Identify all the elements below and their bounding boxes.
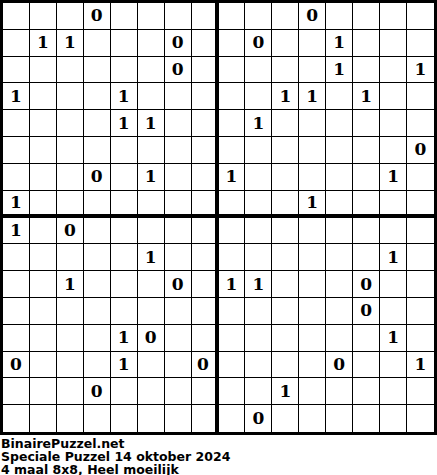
cell-r14-c10: 1	[272, 378, 299, 405]
cell-r9-c3[interactable]	[84, 244, 111, 271]
cell-r3-c9[interactable]	[245, 83, 272, 110]
cell-r6-c8: 1	[219, 164, 246, 191]
cell-r15-c1[interactable]	[30, 405, 57, 432]
cell-r0-c11: 0	[299, 3, 326, 30]
cell-r2-c6: 0	[165, 57, 192, 84]
cell-r9-c1[interactable]	[30, 244, 57, 271]
cell-r2-c0[interactable]	[3, 57, 30, 84]
cell-r13-c14[interactable]	[380, 352, 407, 379]
page: 0011001011111111110011111101110110010101…	[0, 0, 437, 475]
cell-r11-c13: 0	[353, 298, 380, 325]
cell-r15-c0[interactable]	[3, 405, 30, 432]
cell-r0-c6[interactable]	[165, 3, 192, 30]
cell-r1-c13[interactable]	[353, 30, 380, 57]
cell-r9-c15[interactable]	[407, 244, 434, 271]
cell-r7-c15[interactable]	[407, 191, 434, 218]
cell-r6-c14: 1	[380, 164, 407, 191]
cell-r14-c2[interactable]	[57, 378, 84, 405]
cell-r4-c11[interactable]	[299, 110, 326, 137]
cell-r10-c3[interactable]	[84, 271, 111, 298]
cell-r12-c11[interactable]	[299, 325, 326, 352]
cell-r3-c11: 1	[299, 83, 326, 110]
cell-r3-c7[interactable]	[192, 83, 219, 110]
cell-r0-c10[interactable]	[272, 3, 299, 30]
cell-r2-c14[interactable]	[380, 57, 407, 84]
cell-r15-c3[interactable]	[84, 405, 111, 432]
cell-r5-c5[interactable]	[138, 137, 165, 164]
cell-r1-c5[interactable]	[138, 30, 165, 57]
cell-r4-c14[interactable]	[380, 110, 407, 137]
cell-r0-c8[interactable]	[219, 3, 246, 30]
cell-r4-c1[interactable]	[30, 110, 57, 137]
cell-r0-c4[interactable]	[111, 3, 138, 30]
cell-r11-c2[interactable]	[57, 298, 84, 325]
cell-r4-c10[interactable]	[272, 110, 299, 137]
cell-r2-c8[interactable]	[219, 57, 246, 84]
cell-r3-c12[interactable]	[326, 83, 353, 110]
cell-r15-c7[interactable]	[192, 405, 219, 432]
cell-r10-c2: 1	[57, 271, 84, 298]
cell-r2-c12: 1	[326, 57, 353, 84]
cell-r7-c0: 1	[3, 191, 30, 218]
cell-r10-c7[interactable]	[192, 271, 219, 298]
cell-r3-c5[interactable]	[138, 83, 165, 110]
cell-r4-c6[interactable]	[165, 110, 192, 137]
cell-r4-c4: 1	[111, 110, 138, 137]
cell-r5-c15: 0	[407, 137, 434, 164]
cell-r10-c11[interactable]	[299, 271, 326, 298]
cell-r13-c6[interactable]	[165, 352, 192, 379]
cell-r1-c10[interactable]	[272, 30, 299, 57]
cell-r15-c2[interactable]	[57, 405, 84, 432]
cell-r7-c14[interactable]	[380, 191, 407, 218]
cell-r11-c5[interactable]	[138, 298, 165, 325]
cell-r2-c4[interactable]	[111, 57, 138, 84]
cell-r3-c8[interactable]	[219, 83, 246, 110]
cell-r1-c1: 1	[30, 30, 57, 57]
cell-r3-c15[interactable]	[407, 83, 434, 110]
cell-r5-c12[interactable]	[326, 137, 353, 164]
cell-r6-c4[interactable]	[111, 164, 138, 191]
cell-r6-c13[interactable]	[353, 164, 380, 191]
cell-r13-c12: 0	[326, 352, 353, 379]
cell-r7-c12[interactable]	[326, 191, 353, 218]
cell-r0-c14[interactable]	[380, 3, 407, 30]
cell-r0-c0[interactable]	[3, 3, 30, 30]
cell-r4-c15[interactable]	[407, 110, 434, 137]
cell-r10-c4[interactable]	[111, 271, 138, 298]
cell-r8-c15[interactable]	[407, 218, 434, 245]
cell-r10-c6: 0	[165, 271, 192, 298]
cell-r10-c10[interactable]	[272, 271, 299, 298]
cell-r9-c6[interactable]	[165, 244, 192, 271]
cell-r2-c5[interactable]	[138, 57, 165, 84]
cell-r12-c5: 0	[138, 325, 165, 352]
cell-r3-c14[interactable]	[380, 83, 407, 110]
cell-r13-c2[interactable]	[57, 352, 84, 379]
cell-r12-c13[interactable]	[353, 325, 380, 352]
cell-r11-c8[interactable]	[219, 298, 246, 325]
cell-r12-c6[interactable]	[165, 325, 192, 352]
cell-r11-c9[interactable]	[245, 298, 272, 325]
cell-r4-c9: 1	[245, 110, 272, 137]
cell-r0-c1[interactable]	[30, 3, 57, 30]
cell-r6-c1[interactable]	[30, 164, 57, 191]
cell-r4-c3[interactable]	[84, 110, 111, 137]
cell-r7-c8[interactable]	[219, 191, 246, 218]
cell-r15-c12[interactable]	[326, 405, 353, 432]
cell-r13-c0: 0	[3, 352, 30, 379]
cell-r9-c4[interactable]	[111, 244, 138, 271]
cell-r12-c7[interactable]	[192, 325, 219, 352]
cell-r2-c3[interactable]	[84, 57, 111, 84]
cell-r7-c13[interactable]	[353, 191, 380, 218]
cell-r12-c3[interactable]	[84, 325, 111, 352]
cell-r9-c14: 1	[380, 244, 407, 271]
cell-r13-c9[interactable]	[245, 352, 272, 379]
cell-r13-c10[interactable]	[272, 352, 299, 379]
cell-r8-c14[interactable]	[380, 218, 407, 245]
cell-r4-c2[interactable]	[57, 110, 84, 137]
cell-r5-c8[interactable]	[219, 137, 246, 164]
cell-r6-c11[interactable]	[299, 164, 326, 191]
cell-r5-c6[interactable]	[165, 137, 192, 164]
cell-r2-c13[interactable]	[353, 57, 380, 84]
cell-r14-c15[interactable]	[407, 378, 434, 405]
cell-r4-c13[interactable]	[353, 110, 380, 137]
cell-r13-c5[interactable]	[138, 352, 165, 379]
cell-r2-c7[interactable]	[192, 57, 219, 84]
cell-r10-c9: 1	[245, 271, 272, 298]
cell-r11-c3[interactable]	[84, 298, 111, 325]
cell-r0-c5[interactable]	[138, 3, 165, 30]
cell-r5-c1[interactable]	[30, 137, 57, 164]
cell-r13-c3[interactable]	[84, 352, 111, 379]
cell-r5-c7[interactable]	[192, 137, 219, 164]
cell-r6-c2[interactable]	[57, 164, 84, 191]
cell-r14-c11[interactable]	[299, 378, 326, 405]
cell-r11-c12[interactable]	[326, 298, 353, 325]
cell-r3-c13: 1	[353, 83, 380, 110]
cell-r11-c10[interactable]	[272, 298, 299, 325]
cell-r12-c0[interactable]	[3, 325, 30, 352]
cell-r2-c10[interactable]	[272, 57, 299, 84]
cell-r0-c7[interactable]	[192, 3, 219, 30]
cell-r8-c6[interactable]	[165, 218, 192, 245]
cell-r14-c3: 0	[84, 378, 111, 405]
cell-r7-c7[interactable]	[192, 191, 219, 218]
cell-r15-c15[interactable]	[407, 405, 434, 432]
cell-r5-c10[interactable]	[272, 137, 299, 164]
cell-r2-c1[interactable]	[30, 57, 57, 84]
cell-r6-c6[interactable]	[165, 164, 192, 191]
cell-r8-c5[interactable]	[138, 218, 165, 245]
cell-r4-c7[interactable]	[192, 110, 219, 137]
cell-r15-c10[interactable]	[272, 405, 299, 432]
cell-r14-c5[interactable]	[138, 378, 165, 405]
cell-r8-c7[interactable]	[192, 218, 219, 245]
cell-r5-c9[interactable]	[245, 137, 272, 164]
cell-r8-c0: 1	[3, 218, 30, 245]
cell-r13-c11[interactable]	[299, 352, 326, 379]
cell-r10-c14[interactable]	[380, 271, 407, 298]
cell-r9-c8[interactable]	[219, 244, 246, 271]
cell-r15-c8[interactable]	[219, 405, 246, 432]
cell-r12-c4: 1	[111, 325, 138, 352]
cell-r3-c3[interactable]	[84, 83, 111, 110]
cell-r9-c7[interactable]	[192, 244, 219, 271]
cell-r8-c4[interactable]	[111, 218, 138, 245]
cell-r5-c0[interactable]	[3, 137, 30, 164]
cell-r2-c2[interactable]	[57, 57, 84, 84]
cell-r11-c14[interactable]	[380, 298, 407, 325]
cell-r12-c12[interactable]	[326, 325, 353, 352]
cell-r7-c2[interactable]	[57, 191, 84, 218]
cell-r0-c13[interactable]	[353, 3, 380, 30]
cell-r1-c14[interactable]	[380, 30, 407, 57]
cell-r8-c12[interactable]	[326, 218, 353, 245]
cell-r14-c4[interactable]	[111, 378, 138, 405]
cell-r1-c9: 0	[245, 30, 272, 57]
cell-r6-c15[interactable]	[407, 164, 434, 191]
cell-r13-c13[interactable]	[353, 352, 380, 379]
cell-r10-c12[interactable]	[326, 271, 353, 298]
cell-r1-c11[interactable]	[299, 30, 326, 57]
cell-r7-c5[interactable]	[138, 191, 165, 218]
cell-r12-c1[interactable]	[30, 325, 57, 352]
cell-r1-c15[interactable]	[407, 30, 434, 57]
cell-r3-c10: 1	[272, 83, 299, 110]
cell-r1-c2: 1	[57, 30, 84, 57]
cell-r3-c1[interactable]	[30, 83, 57, 110]
cell-r7-c4[interactable]	[111, 191, 138, 218]
cell-r9-c5: 1	[138, 244, 165, 271]
cell-r1-c8[interactable]	[219, 30, 246, 57]
cell-r1-c4[interactable]	[111, 30, 138, 57]
cell-r5-c11[interactable]	[299, 137, 326, 164]
cell-r9-c2[interactable]	[57, 244, 84, 271]
cell-r12-c14: 1	[380, 325, 407, 352]
cell-r5-c4[interactable]	[111, 137, 138, 164]
cell-r11-c4[interactable]	[111, 298, 138, 325]
cell-r6-c10[interactable]	[272, 164, 299, 191]
cell-r15-c11[interactable]	[299, 405, 326, 432]
cell-r8-c11[interactable]	[299, 218, 326, 245]
cell-r15-c6[interactable]	[165, 405, 192, 432]
cell-r2-c9[interactable]	[245, 57, 272, 84]
cell-r15-c9: 0	[245, 405, 272, 432]
cell-r11-c15[interactable]	[407, 298, 434, 325]
cell-r9-c0[interactable]	[3, 244, 30, 271]
cell-r14-c6[interactable]	[165, 378, 192, 405]
cell-r4-c5: 1	[138, 110, 165, 137]
cell-r5-c2[interactable]	[57, 137, 84, 164]
cell-r4-c8[interactable]	[219, 110, 246, 137]
cell-r9-c13[interactable]	[353, 244, 380, 271]
cell-r13-c15: 1	[407, 352, 434, 379]
cell-r9-c10[interactable]	[272, 244, 299, 271]
cell-r7-c9[interactable]	[245, 191, 272, 218]
cell-r12-c2[interactable]	[57, 325, 84, 352]
cell-r4-c12[interactable]	[326, 110, 353, 137]
cell-r5-c14[interactable]	[380, 137, 407, 164]
cell-r7-c3[interactable]	[84, 191, 111, 218]
cell-r10-c8: 1	[219, 271, 246, 298]
cell-r8-c10[interactable]	[272, 218, 299, 245]
cell-r0-c3: 0	[84, 3, 111, 30]
cell-r0-c15[interactable]	[407, 3, 434, 30]
cell-r11-c11[interactable]	[299, 298, 326, 325]
cell-r8-c2: 0	[57, 218, 84, 245]
cell-r15-c13[interactable]	[353, 405, 380, 432]
cell-r0-c2[interactable]	[57, 3, 84, 30]
cell-r8-c1[interactable]	[30, 218, 57, 245]
cell-r3-c0: 1	[3, 83, 30, 110]
cell-r3-c2[interactable]	[57, 83, 84, 110]
cell-r14-c14[interactable]	[380, 378, 407, 405]
cell-r14-c8[interactable]	[219, 378, 246, 405]
cell-r13-c1[interactable]	[30, 352, 57, 379]
cell-r9-c11[interactable]	[299, 244, 326, 271]
cell-r7-c10[interactable]	[272, 191, 299, 218]
cell-r1-c6: 0	[165, 30, 192, 57]
cell-r14-c0[interactable]	[3, 378, 30, 405]
cell-r5-c3[interactable]	[84, 137, 111, 164]
cell-r1-c3[interactable]	[84, 30, 111, 57]
cell-r15-c5[interactable]	[138, 405, 165, 432]
cell-r6-c7[interactable]	[192, 164, 219, 191]
cell-r11-c1[interactable]	[30, 298, 57, 325]
cell-r7-c1[interactable]	[30, 191, 57, 218]
cell-r11-c7[interactable]	[192, 298, 219, 325]
cell-r11-c0[interactable]	[3, 298, 30, 325]
cell-r12-c10[interactable]	[272, 325, 299, 352]
cell-r1-c0[interactable]	[3, 30, 30, 57]
footer: BinairePuzzel.net Speciale Puzzel 14 okt…	[0, 435, 437, 475]
cell-r15-c14[interactable]	[380, 405, 407, 432]
cell-r1-c12: 1	[326, 30, 353, 57]
cell-r10-c5[interactable]	[138, 271, 165, 298]
cell-r13-c8[interactable]	[219, 352, 246, 379]
cell-r0-c9[interactable]	[245, 3, 272, 30]
cell-r13-c7: 0	[192, 352, 219, 379]
cell-r14-c7[interactable]	[192, 378, 219, 405]
cell-r13-c4: 1	[111, 352, 138, 379]
cell-r11-c6[interactable]	[165, 298, 192, 325]
cell-r6-c9[interactable]	[245, 164, 272, 191]
cell-r10-c1[interactable]	[30, 271, 57, 298]
cell-r6-c3: 0	[84, 164, 111, 191]
cell-r14-c12[interactable]	[326, 378, 353, 405]
cell-r14-c9[interactable]	[245, 378, 272, 405]
cell-r15-c4[interactable]	[111, 405, 138, 432]
cell-r7-c11: 1	[299, 191, 326, 218]
cell-r0-c12[interactable]	[326, 3, 353, 30]
cell-r3-c6[interactable]	[165, 83, 192, 110]
cell-r14-c1[interactable]	[30, 378, 57, 405]
cell-r6-c12[interactable]	[326, 164, 353, 191]
cell-r8-c8[interactable]	[219, 218, 246, 245]
cell-r10-c0[interactable]	[3, 271, 30, 298]
cell-r2-c15: 1	[407, 57, 434, 84]
cell-r14-c13[interactable]	[353, 378, 380, 405]
cell-r6-c5: 1	[138, 164, 165, 191]
puzzle-subtitle: 4 maal 8x8, Heel moeilijk	[1, 463, 437, 475]
cell-r12-c8[interactable]	[219, 325, 246, 352]
cell-r10-c15[interactable]	[407, 271, 434, 298]
cell-r8-c13[interactable]	[353, 218, 380, 245]
cell-r10-c13: 0	[353, 271, 380, 298]
cell-r9-c9[interactable]	[245, 244, 272, 271]
cell-r12-c9[interactable]	[245, 325, 272, 352]
cell-r1-c7[interactable]	[192, 30, 219, 57]
cell-r12-c15[interactable]	[407, 325, 434, 352]
cell-r9-c12[interactable]	[326, 244, 353, 271]
cell-r8-c9[interactable]	[245, 218, 272, 245]
cell-r7-c6[interactable]	[165, 191, 192, 218]
cell-r2-c11[interactable]	[299, 57, 326, 84]
cell-r6-c0[interactable]	[3, 164, 30, 191]
cell-r5-c13[interactable]	[353, 137, 380, 164]
puzzle-board: 0011001011111111110011111101110110010101…	[0, 0, 437, 435]
cell-r8-c3[interactable]	[84, 218, 111, 245]
cell-r3-c4: 1	[111, 83, 138, 110]
cell-r4-c0[interactable]	[3, 110, 30, 137]
